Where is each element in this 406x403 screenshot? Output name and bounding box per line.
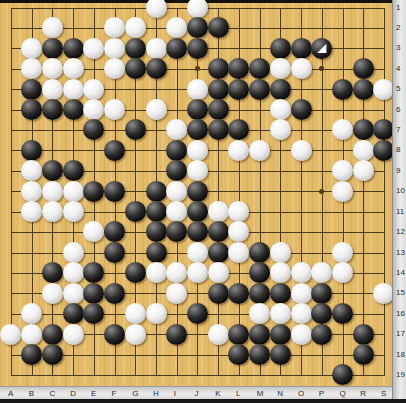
board-point-L13[interactable] xyxy=(228,242,249,263)
black-stone[interactable] xyxy=(63,303,84,324)
board-point-M5[interactable] xyxy=(249,79,270,100)
white-stone[interactable] xyxy=(249,140,270,161)
black-stone[interactable] xyxy=(42,38,63,59)
white-stone[interactable] xyxy=(270,242,291,263)
black-stone[interactable] xyxy=(187,17,208,38)
board-point-O14[interactable] xyxy=(291,262,312,283)
board-point-M15[interactable] xyxy=(249,283,270,304)
board-point-E6[interactable] xyxy=(83,99,104,120)
black-stone[interactable] xyxy=(332,79,353,100)
board-point-R8[interactable] xyxy=(353,140,374,161)
black-stone[interactable] xyxy=(104,283,125,304)
board-point-J14[interactable] xyxy=(187,262,208,283)
black-stone[interactable] xyxy=(83,181,104,202)
black-stone[interactable] xyxy=(311,303,332,324)
board-point-M18[interactable] xyxy=(249,344,270,365)
white-stone[interactable] xyxy=(21,324,42,345)
board-point-N4[interactable] xyxy=(270,58,291,79)
black-stone[interactable] xyxy=(125,201,146,222)
board-point-E3[interactable] xyxy=(83,38,104,59)
board-point-I8[interactable] xyxy=(166,140,187,161)
white-stone[interactable] xyxy=(83,38,104,59)
black-stone[interactable] xyxy=(208,221,229,242)
black-stone[interactable] xyxy=(228,324,249,345)
board-point-J12[interactable] xyxy=(187,221,208,242)
board-point-C9[interactable] xyxy=(42,160,63,181)
board-point-D9[interactable] xyxy=(63,160,84,181)
board-point-L4[interactable] xyxy=(228,58,249,79)
white-stone[interactable] xyxy=(63,181,84,202)
board-point-F4[interactable] xyxy=(104,58,125,79)
board-point-F13[interactable] xyxy=(104,242,125,263)
board-point-E10[interactable] xyxy=(83,181,104,202)
board-point-R9[interactable] xyxy=(353,160,374,181)
board-point-L5[interactable] xyxy=(228,79,249,100)
white-stone[interactable] xyxy=(146,262,167,283)
black-stone[interactable] xyxy=(187,181,208,202)
board-point-G4[interactable] xyxy=(125,58,146,79)
board-point-B17[interactable] xyxy=(21,324,42,345)
board-point-B4[interactable] xyxy=(21,58,42,79)
board-point-D17[interactable] xyxy=(63,324,84,345)
white-stone[interactable] xyxy=(42,17,63,38)
black-stone[interactable] xyxy=(228,58,249,79)
board-point-K7[interactable] xyxy=(208,119,229,140)
board-point-F17[interactable] xyxy=(104,324,125,345)
black-stone[interactable] xyxy=(332,303,353,324)
board-point-J11[interactable] xyxy=(187,201,208,222)
white-stone[interactable] xyxy=(0,324,21,345)
white-stone[interactable] xyxy=(166,181,187,202)
white-stone[interactable] xyxy=(228,221,249,242)
board-point-I12[interactable] xyxy=(166,221,187,242)
white-stone[interactable] xyxy=(291,283,312,304)
black-stone[interactable] xyxy=(291,99,312,120)
black-stone[interactable] xyxy=(42,160,63,181)
board-point-E5[interactable] xyxy=(83,79,104,100)
board-point-M14[interactable] xyxy=(249,262,270,283)
board-point-O3[interactable] xyxy=(291,38,312,59)
board-point-P3[interactable] xyxy=(311,38,332,59)
board-point-D14[interactable] xyxy=(63,262,84,283)
black-stone[interactable] xyxy=(228,344,249,365)
black-stone[interactable] xyxy=(42,344,63,365)
black-stone[interactable] xyxy=(228,79,249,100)
board-point-B3[interactable] xyxy=(21,38,42,59)
board-point-O17[interactable] xyxy=(291,324,312,345)
white-stone[interactable] xyxy=(332,242,353,263)
board-point-C6[interactable] xyxy=(42,99,63,120)
black-stone[interactable] xyxy=(166,160,187,181)
white-stone[interactable] xyxy=(83,79,104,100)
board-point-J2[interactable] xyxy=(187,17,208,38)
white-stone[interactable] xyxy=(332,160,353,181)
black-stone[interactable] xyxy=(42,262,63,283)
board-point-C15[interactable] xyxy=(42,283,63,304)
board-point-B6[interactable] xyxy=(21,99,42,120)
white-stone[interactable] xyxy=(21,181,42,202)
black-stone[interactable] xyxy=(249,283,270,304)
board-point-J16[interactable] xyxy=(187,303,208,324)
board-point-F6[interactable] xyxy=(104,99,125,120)
board-point-Q5[interactable] xyxy=(332,79,353,100)
board-point-N6[interactable] xyxy=(270,99,291,120)
board-point-B9[interactable] xyxy=(21,160,42,181)
board-point-I7[interactable] xyxy=(166,119,187,140)
board-point-K13[interactable] xyxy=(208,242,229,263)
black-stone[interactable] xyxy=(21,79,42,100)
board-point-A17[interactable] xyxy=(0,324,21,345)
black-stone[interactable] xyxy=(21,140,42,161)
white-stone[interactable] xyxy=(291,303,312,324)
board-point-Q16[interactable] xyxy=(332,303,353,324)
board-point-J3[interactable] xyxy=(187,38,208,59)
board-point-O15[interactable] xyxy=(291,283,312,304)
white-stone[interactable] xyxy=(63,324,84,345)
board-point-M13[interactable] xyxy=(249,242,270,263)
board-point-L15[interactable] xyxy=(228,283,249,304)
black-stone[interactable] xyxy=(249,79,270,100)
white-stone[interactable] xyxy=(63,242,84,263)
board-point-D16[interactable] xyxy=(63,303,84,324)
board-point-I11[interactable] xyxy=(166,201,187,222)
black-stone[interactable] xyxy=(187,201,208,222)
board-point-F3[interactable] xyxy=(104,38,125,59)
black-stone[interactable] xyxy=(83,303,104,324)
black-stone[interactable] xyxy=(146,201,167,222)
black-stone[interactable] xyxy=(208,242,229,263)
black-stone[interactable] xyxy=(83,119,104,140)
board-point-C2[interactable] xyxy=(42,17,63,38)
board-point-J10[interactable] xyxy=(187,181,208,202)
black-stone[interactable] xyxy=(270,38,291,59)
black-stone[interactable] xyxy=(63,160,84,181)
black-stone[interactable] xyxy=(146,181,167,202)
board-point-P17[interactable] xyxy=(311,324,332,345)
board-point-H16[interactable] xyxy=(146,303,167,324)
board-point-C17[interactable] xyxy=(42,324,63,345)
black-stone[interactable] xyxy=(166,221,187,242)
white-stone[interactable] xyxy=(187,262,208,283)
board-point-N16[interactable] xyxy=(270,303,291,324)
board-point-C10[interactable] xyxy=(42,181,63,202)
white-stone[interactable] xyxy=(21,38,42,59)
board-point-H11[interactable] xyxy=(146,201,167,222)
white-stone[interactable] xyxy=(187,79,208,100)
board-point-N13[interactable] xyxy=(270,242,291,263)
board-point-G17[interactable] xyxy=(125,324,146,345)
black-stone[interactable] xyxy=(353,344,374,365)
white-stone[interactable] xyxy=(270,119,291,140)
black-stone[interactable] xyxy=(311,324,332,345)
black-stone[interactable] xyxy=(83,262,104,283)
board-point-H4[interactable] xyxy=(146,58,167,79)
black-stone[interactable] xyxy=(104,324,125,345)
board-point-H6[interactable] xyxy=(146,99,167,120)
board-point-J9[interactable] xyxy=(187,160,208,181)
board-point-G7[interactable] xyxy=(125,119,146,140)
board-point-L17[interactable] xyxy=(228,324,249,345)
board-point-C5[interactable] xyxy=(42,79,63,100)
board-point-I17[interactable] xyxy=(166,324,187,345)
board-point-Q14[interactable] xyxy=(332,262,353,283)
black-stone[interactable] xyxy=(249,262,270,283)
white-stone[interactable] xyxy=(291,324,312,345)
white-stone[interactable] xyxy=(291,140,312,161)
board-point-N15[interactable] xyxy=(270,283,291,304)
board-point-K14[interactable] xyxy=(208,262,229,283)
white-stone[interactable] xyxy=(353,160,374,181)
black-stone[interactable] xyxy=(353,119,374,140)
board-point-G3[interactable] xyxy=(125,38,146,59)
black-stone[interactable] xyxy=(353,79,374,100)
board-point-E15[interactable] xyxy=(83,283,104,304)
black-stone[interactable] xyxy=(166,38,187,59)
board-point-O16[interactable] xyxy=(291,303,312,324)
black-stone[interactable] xyxy=(249,58,270,79)
board-point-Q10[interactable] xyxy=(332,181,353,202)
white-stone[interactable] xyxy=(187,0,208,18)
board-point-P15[interactable] xyxy=(311,283,332,304)
black-stone[interactable] xyxy=(270,344,291,365)
board-point-Q9[interactable] xyxy=(332,160,353,181)
stones-grid[interactable] xyxy=(1,0,395,385)
board-point-K2[interactable] xyxy=(208,17,229,38)
board-point-E14[interactable] xyxy=(83,262,104,283)
board-point-H14[interactable] xyxy=(146,262,167,283)
board-point-L11[interactable] xyxy=(228,201,249,222)
black-stone[interactable] xyxy=(187,99,208,120)
black-stone[interactable] xyxy=(208,119,229,140)
white-stone[interactable] xyxy=(270,303,291,324)
board-point-H12[interactable] xyxy=(146,221,167,242)
black-stone[interactable] xyxy=(63,99,84,120)
white-stone[interactable] xyxy=(104,38,125,59)
black-stone[interactable] xyxy=(228,119,249,140)
board-point-P16[interactable] xyxy=(311,303,332,324)
white-stone[interactable] xyxy=(104,99,125,120)
board-point-N5[interactable] xyxy=(270,79,291,100)
black-stone[interactable] xyxy=(63,38,84,59)
white-stone[interactable] xyxy=(208,262,229,283)
board-point-I9[interactable] xyxy=(166,160,187,181)
black-stone[interactable] xyxy=(228,283,249,304)
white-stone[interactable] xyxy=(166,201,187,222)
board-point-K12[interactable] xyxy=(208,221,229,242)
white-stone[interactable] xyxy=(146,303,167,324)
white-stone[interactable] xyxy=(83,99,104,120)
black-stone[interactable] xyxy=(311,283,332,304)
white-stone[interactable] xyxy=(21,58,42,79)
black-stone[interactable] xyxy=(125,58,146,79)
black-stone[interactable] xyxy=(166,140,187,161)
board-point-R4[interactable] xyxy=(353,58,374,79)
white-stone[interactable] xyxy=(42,58,63,79)
white-stone[interactable] xyxy=(166,119,187,140)
board-point-D3[interactable] xyxy=(63,38,84,59)
black-stone[interactable] xyxy=(332,364,353,385)
board-point-C18[interactable] xyxy=(42,344,63,365)
white-stone[interactable] xyxy=(42,181,63,202)
board-point-B10[interactable] xyxy=(21,181,42,202)
board-point-Q13[interactable] xyxy=(332,242,353,263)
black-stone[interactable] xyxy=(104,181,125,202)
white-stone[interactable] xyxy=(21,160,42,181)
black-stone[interactable] xyxy=(146,221,167,242)
board-point-N14[interactable] xyxy=(270,262,291,283)
board-point-K6[interactable] xyxy=(208,99,229,120)
board-point-J1[interactable] xyxy=(187,0,208,18)
white-stone[interactable] xyxy=(332,181,353,202)
board-point-M16[interactable] xyxy=(249,303,270,324)
white-stone[interactable] xyxy=(208,324,229,345)
board-point-D11[interactable] xyxy=(63,201,84,222)
white-stone[interactable] xyxy=(270,58,291,79)
white-stone[interactable] xyxy=(146,38,167,59)
black-stone[interactable] xyxy=(249,344,270,365)
black-stone[interactable] xyxy=(353,58,374,79)
white-stone[interactable] xyxy=(291,262,312,283)
black-stone[interactable] xyxy=(125,262,146,283)
black-stone[interactable] xyxy=(187,119,208,140)
black-stone[interactable] xyxy=(104,242,125,263)
board-point-H1[interactable] xyxy=(146,0,167,18)
white-stone[interactable] xyxy=(249,303,270,324)
board-point-D6[interactable] xyxy=(63,99,84,120)
board-point-Q19[interactable] xyxy=(332,364,353,385)
black-stone[interactable] xyxy=(146,58,167,79)
white-stone[interactable] xyxy=(166,283,187,304)
white-stone[interactable] xyxy=(63,262,84,283)
board-point-H10[interactable] xyxy=(146,181,167,202)
white-stone[interactable] xyxy=(125,324,146,345)
white-stone[interactable] xyxy=(353,140,374,161)
black-stone[interactable] xyxy=(187,303,208,324)
black-stone[interactable] xyxy=(146,242,167,263)
white-stone[interactable] xyxy=(21,201,42,222)
board-point-N17[interactable] xyxy=(270,324,291,345)
board-point-K11[interactable] xyxy=(208,201,229,222)
black-stone[interactable] xyxy=(166,324,187,345)
white-stone[interactable] xyxy=(42,283,63,304)
black-stone[interactable] xyxy=(125,119,146,140)
white-stone[interactable] xyxy=(187,242,208,263)
board-point-I2[interactable] xyxy=(166,17,187,38)
board-point-L7[interactable] xyxy=(228,119,249,140)
black-stone[interactable] xyxy=(208,79,229,100)
black-stone[interactable] xyxy=(249,242,270,263)
black-stone[interactable] xyxy=(104,140,125,161)
board-point-D15[interactable] xyxy=(63,283,84,304)
board-point-F2[interactable] xyxy=(104,17,125,38)
black-stone[interactable] xyxy=(249,324,270,345)
white-stone[interactable] xyxy=(228,140,249,161)
black-stone[interactable] xyxy=(270,324,291,345)
board-point-C11[interactable] xyxy=(42,201,63,222)
board-point-D13[interactable] xyxy=(63,242,84,263)
board-point-I14[interactable] xyxy=(166,262,187,283)
board-point-M8[interactable] xyxy=(249,140,270,161)
black-stone[interactable] xyxy=(208,17,229,38)
board-point-E12[interactable] xyxy=(83,221,104,242)
black-stone[interactable] xyxy=(353,324,374,345)
white-stone[interactable] xyxy=(332,119,353,140)
white-stone[interactable] xyxy=(228,242,249,263)
board-point-J13[interactable] xyxy=(187,242,208,263)
white-stone[interactable] xyxy=(125,17,146,38)
board-point-K17[interactable] xyxy=(208,324,229,345)
board-point-B11[interactable] xyxy=(21,201,42,222)
white-stone[interactable] xyxy=(146,0,167,18)
white-stone[interactable] xyxy=(166,17,187,38)
board-point-C14[interactable] xyxy=(42,262,63,283)
white-stone[interactable] xyxy=(332,262,353,283)
board-point-K5[interactable] xyxy=(208,79,229,100)
white-stone[interactable] xyxy=(208,201,229,222)
white-stone[interactable] xyxy=(63,58,84,79)
go-board[interactable] xyxy=(0,0,392,386)
board-point-L12[interactable] xyxy=(228,221,249,242)
white-stone[interactable] xyxy=(228,201,249,222)
black-stone[interactable] xyxy=(21,99,42,120)
board-point-H13[interactable] xyxy=(146,242,167,263)
white-stone[interactable] xyxy=(42,201,63,222)
board-point-G11[interactable] xyxy=(125,201,146,222)
board-point-H3[interactable] xyxy=(146,38,167,59)
board-point-Q7[interactable] xyxy=(332,119,353,140)
black-stone[interactable] xyxy=(83,283,104,304)
board-point-D10[interactable] xyxy=(63,181,84,202)
black-stone[interactable] xyxy=(42,324,63,345)
board-point-N18[interactable] xyxy=(270,344,291,365)
board-point-J6[interactable] xyxy=(187,99,208,120)
white-stone[interactable] xyxy=(21,303,42,324)
board-point-M17[interactable] xyxy=(249,324,270,345)
white-stone[interactable] xyxy=(270,99,291,120)
black-stone[interactable] xyxy=(208,99,229,120)
board-point-L18[interactable] xyxy=(228,344,249,365)
white-stone[interactable] xyxy=(63,79,84,100)
board-point-K4[interactable] xyxy=(208,58,229,79)
white-stone[interactable] xyxy=(125,303,146,324)
white-stone[interactable] xyxy=(146,99,167,120)
black-stone[interactable] xyxy=(187,221,208,242)
board-point-D5[interactable] xyxy=(63,79,84,100)
board-point-N3[interactable] xyxy=(270,38,291,59)
white-stone[interactable] xyxy=(83,221,104,242)
black-stone[interactable] xyxy=(42,99,63,120)
board-point-N7[interactable] xyxy=(270,119,291,140)
white-stone[interactable] xyxy=(63,201,84,222)
board-point-B18[interactable] xyxy=(21,344,42,365)
board-point-F15[interactable] xyxy=(104,283,125,304)
black-stone[interactable] xyxy=(21,344,42,365)
black-stone[interactable] xyxy=(291,38,312,59)
board-point-C3[interactable] xyxy=(42,38,63,59)
board-point-D4[interactable] xyxy=(63,58,84,79)
board-point-J8[interactable] xyxy=(187,140,208,161)
black-stone[interactable] xyxy=(208,58,229,79)
white-stone[interactable] xyxy=(166,262,187,283)
board-point-R7[interactable] xyxy=(353,119,374,140)
white-stone[interactable] xyxy=(42,79,63,100)
board-point-O6[interactable] xyxy=(291,99,312,120)
board-point-R18[interactable] xyxy=(353,344,374,365)
board-point-O8[interactable] xyxy=(291,140,312,161)
white-stone[interactable] xyxy=(311,262,332,283)
board-point-B8[interactable] xyxy=(21,140,42,161)
black-stone[interactable] xyxy=(187,38,208,59)
